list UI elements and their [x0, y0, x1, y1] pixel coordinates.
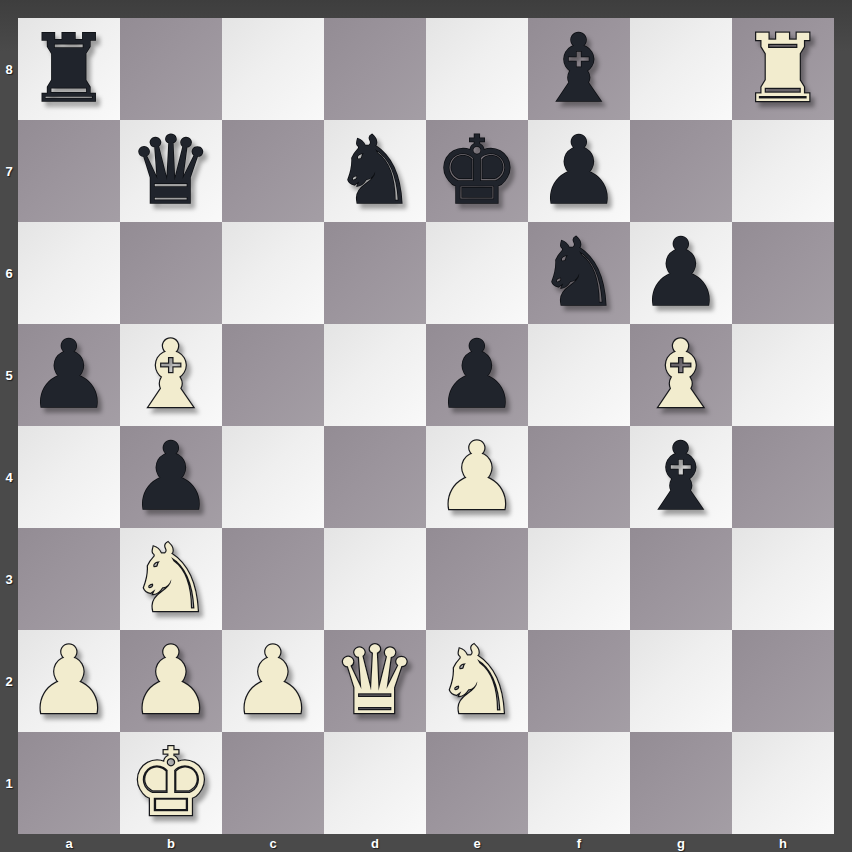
- square-h7[interactable]: [732, 120, 834, 222]
- file-label-c: c: [222, 834, 324, 852]
- piece-black-rook[interactable]: ♜: [27, 18, 111, 120]
- square-c6[interactable]: [222, 222, 324, 324]
- rank-label-4: 4: [0, 426, 18, 528]
- file-label-e: e: [426, 834, 528, 852]
- square-e4[interactable]: ♟: [426, 426, 528, 528]
- square-h1[interactable]: [732, 732, 834, 834]
- square-a4[interactable]: [18, 426, 120, 528]
- square-e3[interactable]: [426, 528, 528, 630]
- piece-black-queen[interactable]: ♛: [129, 120, 213, 222]
- rank-label-6: 6: [0, 222, 18, 324]
- square-d2[interactable]: ♛: [324, 630, 426, 732]
- square-e7[interactable]: ♚: [426, 120, 528, 222]
- square-h4[interactable]: [732, 426, 834, 528]
- square-g4[interactable]: ♝: [630, 426, 732, 528]
- rank-label-2: 2: [0, 630, 18, 732]
- square-d4[interactable]: [324, 426, 426, 528]
- piece-black-bishop[interactable]: ♝: [639, 426, 723, 528]
- piece-white-knight[interactable]: ♞: [129, 528, 213, 630]
- rank-label-8: 8: [0, 18, 18, 120]
- piece-black-king[interactable]: ♚: [435, 120, 519, 222]
- square-a1[interactable]: [18, 732, 120, 834]
- piece-white-pawn[interactable]: ♟: [231, 630, 315, 732]
- square-a7[interactable]: [18, 120, 120, 222]
- piece-black-knight[interactable]: ♞: [537, 222, 621, 324]
- file-label-f: f: [528, 834, 630, 852]
- piece-white-pawn[interactable]: ♟: [435, 426, 519, 528]
- piece-black-pawn[interactable]: ♟: [435, 324, 519, 426]
- square-f3[interactable]: [528, 528, 630, 630]
- square-c3[interactable]: [222, 528, 324, 630]
- chessboard: ♜♝♜♛♞♚♟♞♟♟♝♟♝♟♟♝♞♟♟♟♛♞♚: [18, 18, 834, 834]
- rank-label-1: 1: [0, 732, 18, 834]
- square-b4[interactable]: ♟: [120, 426, 222, 528]
- square-c4[interactable]: [222, 426, 324, 528]
- square-f6[interactable]: ♞: [528, 222, 630, 324]
- piece-white-pawn[interactable]: ♟: [27, 630, 111, 732]
- piece-white-pawn[interactable]: ♟: [129, 630, 213, 732]
- square-e2[interactable]: ♞: [426, 630, 528, 732]
- square-f5[interactable]: [528, 324, 630, 426]
- piece-white-queen[interactable]: ♛: [333, 630, 417, 732]
- square-f4[interactable]: [528, 426, 630, 528]
- rank-label-5: 5: [0, 324, 18, 426]
- square-g5[interactable]: ♝: [630, 324, 732, 426]
- square-b3[interactable]: ♞: [120, 528, 222, 630]
- file-label-a: a: [18, 834, 120, 852]
- square-b5[interactable]: ♝: [120, 324, 222, 426]
- square-b2[interactable]: ♟: [120, 630, 222, 732]
- square-a6[interactable]: [18, 222, 120, 324]
- square-d3[interactable]: [324, 528, 426, 630]
- square-c7[interactable]: [222, 120, 324, 222]
- square-f2[interactable]: [528, 630, 630, 732]
- square-g6[interactable]: ♟: [630, 222, 732, 324]
- square-e6[interactable]: [426, 222, 528, 324]
- square-h5[interactable]: [732, 324, 834, 426]
- square-g7[interactable]: [630, 120, 732, 222]
- square-d5[interactable]: [324, 324, 426, 426]
- square-b7[interactable]: ♛: [120, 120, 222, 222]
- piece-black-pawn[interactable]: ♟: [129, 426, 213, 528]
- square-c1[interactable]: [222, 732, 324, 834]
- square-f1[interactable]: [528, 732, 630, 834]
- square-a3[interactable]: [18, 528, 120, 630]
- square-g2[interactable]: [630, 630, 732, 732]
- square-h6[interactable]: [732, 222, 834, 324]
- piece-white-bishop[interactable]: ♝: [129, 324, 213, 426]
- square-b1[interactable]: ♚: [120, 732, 222, 834]
- piece-white-rook[interactable]: ♜: [741, 18, 825, 120]
- piece-white-bishop[interactable]: ♝: [639, 324, 723, 426]
- square-h8[interactable]: ♜: [732, 18, 834, 120]
- square-c5[interactable]: [222, 324, 324, 426]
- piece-white-knight[interactable]: ♞: [435, 630, 519, 732]
- square-h3[interactable]: [732, 528, 834, 630]
- square-a2[interactable]: ♟: [18, 630, 120, 732]
- square-b8[interactable]: [120, 18, 222, 120]
- file-label-d: d: [324, 834, 426, 852]
- square-g8[interactable]: [630, 18, 732, 120]
- piece-black-knight[interactable]: ♞: [333, 120, 417, 222]
- piece-black-pawn[interactable]: ♟: [27, 324, 111, 426]
- square-f7[interactable]: ♟: [528, 120, 630, 222]
- square-e5[interactable]: ♟: [426, 324, 528, 426]
- file-label-h: h: [732, 834, 834, 852]
- file-label-g: g: [630, 834, 732, 852]
- chessboard-frame: 87654321 ♜♝♜♛♞♚♟♞♟♟♝♟♝♟♟♝♞♟♟♟♛♞♚ abcdefg…: [0, 0, 852, 852]
- square-e1[interactable]: [426, 732, 528, 834]
- square-c8[interactable]: [222, 18, 324, 120]
- square-g1[interactable]: [630, 732, 732, 834]
- rank-labels: 87654321: [0, 18, 18, 834]
- piece-black-bishop[interactable]: ♝: [537, 18, 621, 120]
- square-a8[interactable]: ♜: [18, 18, 120, 120]
- square-b6[interactable]: [120, 222, 222, 324]
- square-a5[interactable]: ♟: [18, 324, 120, 426]
- square-g3[interactable]: [630, 528, 732, 630]
- square-f8[interactable]: ♝: [528, 18, 630, 120]
- square-d7[interactable]: ♞: [324, 120, 426, 222]
- rank-label-7: 7: [0, 120, 18, 222]
- square-h2[interactable]: [732, 630, 834, 732]
- square-d8[interactable]: [324, 18, 426, 120]
- square-d1[interactable]: [324, 732, 426, 834]
- square-d6[interactable]: [324, 222, 426, 324]
- rank-label-3: 3: [0, 528, 18, 630]
- square-e8[interactable]: [426, 18, 528, 120]
- square-c2[interactable]: ♟: [222, 630, 324, 732]
- piece-white-king[interactable]: ♚: [129, 732, 213, 834]
- piece-black-pawn[interactable]: ♟: [639, 222, 723, 324]
- piece-black-pawn[interactable]: ♟: [537, 120, 621, 222]
